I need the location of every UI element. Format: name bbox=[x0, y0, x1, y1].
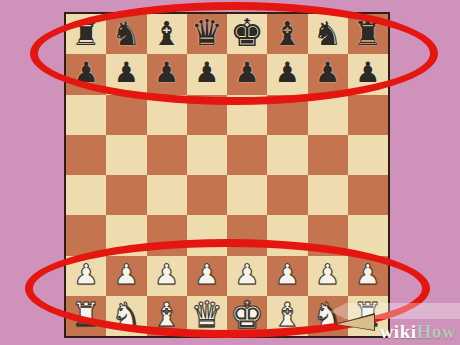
square-c7: ♟ bbox=[147, 54, 187, 94]
watermark-text: wikiHow bbox=[380, 321, 456, 343]
white-rook: ♜ bbox=[71, 298, 101, 331]
square-h7: ♟ bbox=[348, 54, 388, 94]
square-d6 bbox=[187, 95, 227, 135]
square-e5 bbox=[227, 135, 267, 175]
square-a1: ♜ bbox=[66, 296, 106, 336]
square-a8: ♜ bbox=[66, 14, 106, 54]
square-g8: ♞ bbox=[308, 14, 348, 54]
square-e8: ♚ bbox=[227, 14, 267, 54]
square-h6 bbox=[348, 95, 388, 135]
square-a5 bbox=[66, 135, 106, 175]
square-g6 bbox=[308, 95, 348, 135]
square-c8: ♝ bbox=[147, 14, 187, 54]
square-h2: ♟ bbox=[348, 256, 388, 296]
black-pawn: ♟ bbox=[74, 59, 99, 87]
white-queen: ♛ bbox=[191, 297, 223, 333]
black-pawn: ♟ bbox=[315, 59, 340, 87]
square-a6 bbox=[66, 95, 106, 135]
black-king: ♚ bbox=[230, 14, 264, 52]
white-pawn: ♟ bbox=[235, 261, 260, 289]
square-c6 bbox=[147, 95, 187, 135]
square-f6 bbox=[267, 95, 307, 135]
square-g2: ♟ bbox=[308, 256, 348, 296]
white-pawn: ♟ bbox=[74, 261, 99, 289]
black-pawn: ♟ bbox=[275, 59, 300, 87]
square-a3 bbox=[66, 215, 106, 255]
illustration-canvas: ♜♞♝♛♚♝♞♜♟♟♟♟♟♟♟♟♟♟♟♟♟♟♟♟♜♞♝♛♚♝♞♜ wikiHow bbox=[0, 0, 460, 345]
square-f5 bbox=[267, 135, 307, 175]
square-c4 bbox=[147, 175, 187, 215]
square-g4 bbox=[308, 175, 348, 215]
square-d3 bbox=[187, 215, 227, 255]
black-queen: ♛ bbox=[191, 15, 223, 51]
square-b2: ♟ bbox=[106, 256, 146, 296]
black-knight: ♞ bbox=[313, 17, 343, 50]
white-pawn: ♟ bbox=[355, 261, 380, 289]
watermark-arrow-band bbox=[330, 303, 460, 319]
white-pawn: ♟ bbox=[315, 261, 340, 289]
square-b8: ♞ bbox=[106, 14, 146, 54]
square-h5 bbox=[348, 135, 388, 175]
wikihow-watermark: wikiHow bbox=[340, 299, 460, 345]
square-b1: ♞ bbox=[106, 296, 146, 336]
black-bishop: ♝ bbox=[273, 17, 303, 50]
square-e2: ♟ bbox=[227, 256, 267, 296]
white-bishop: ♝ bbox=[273, 298, 303, 331]
square-d5 bbox=[187, 135, 227, 175]
square-f8: ♝ bbox=[267, 14, 307, 54]
square-a4 bbox=[66, 175, 106, 215]
square-g7: ♟ bbox=[308, 54, 348, 94]
black-rook: ♜ bbox=[71, 17, 101, 50]
square-g3 bbox=[308, 215, 348, 255]
square-b5 bbox=[106, 135, 146, 175]
square-e3 bbox=[227, 215, 267, 255]
chess-board: ♜♞♝♛♚♝♞♜♟♟♟♟♟♟♟♟♟♟♟♟♟♟♟♟♜♞♝♛♚♝♞♜ bbox=[64, 12, 390, 338]
square-d8: ♛ bbox=[187, 14, 227, 54]
square-e7: ♟ bbox=[227, 54, 267, 94]
square-c1: ♝ bbox=[147, 296, 187, 336]
white-pawn: ♟ bbox=[275, 261, 300, 289]
square-a2: ♟ bbox=[66, 256, 106, 296]
white-king: ♚ bbox=[230, 296, 264, 334]
square-h3 bbox=[348, 215, 388, 255]
watermark-how: How bbox=[417, 321, 457, 342]
black-pawn: ♟ bbox=[154, 59, 179, 87]
black-knight: ♞ bbox=[112, 17, 142, 50]
square-f1: ♝ bbox=[267, 296, 307, 336]
black-bishop: ♝ bbox=[152, 17, 182, 50]
square-h4 bbox=[348, 175, 388, 215]
square-e1: ♚ bbox=[227, 296, 267, 336]
square-b4 bbox=[106, 175, 146, 215]
square-b6 bbox=[106, 95, 146, 135]
watermark-wiki: wiki bbox=[380, 321, 417, 342]
white-bishop: ♝ bbox=[152, 298, 182, 331]
black-pawn: ♟ bbox=[114, 59, 139, 87]
square-c5 bbox=[147, 135, 187, 175]
white-knight: ♞ bbox=[112, 298, 142, 331]
black-pawn: ♟ bbox=[355, 59, 380, 87]
square-g5 bbox=[308, 135, 348, 175]
square-d7: ♟ bbox=[187, 54, 227, 94]
square-b3 bbox=[106, 215, 146, 255]
square-h8: ♜ bbox=[348, 14, 388, 54]
square-d1: ♛ bbox=[187, 296, 227, 336]
black-pawn: ♟ bbox=[235, 59, 260, 87]
white-pawn: ♟ bbox=[194, 261, 219, 289]
white-pawn: ♟ bbox=[114, 261, 139, 289]
black-rook: ♜ bbox=[353, 17, 383, 50]
square-a7: ♟ bbox=[66, 54, 106, 94]
square-c2: ♟ bbox=[147, 256, 187, 296]
square-f7: ♟ bbox=[267, 54, 307, 94]
square-c3 bbox=[147, 215, 187, 255]
square-f2: ♟ bbox=[267, 256, 307, 296]
white-pawn: ♟ bbox=[154, 261, 179, 289]
black-pawn: ♟ bbox=[194, 59, 219, 87]
square-b7: ♟ bbox=[106, 54, 146, 94]
square-f4 bbox=[267, 175, 307, 215]
square-d4 bbox=[187, 175, 227, 215]
square-d2: ♟ bbox=[187, 256, 227, 296]
square-e6 bbox=[227, 95, 267, 135]
square-f3 bbox=[267, 215, 307, 255]
square-e4 bbox=[227, 175, 267, 215]
